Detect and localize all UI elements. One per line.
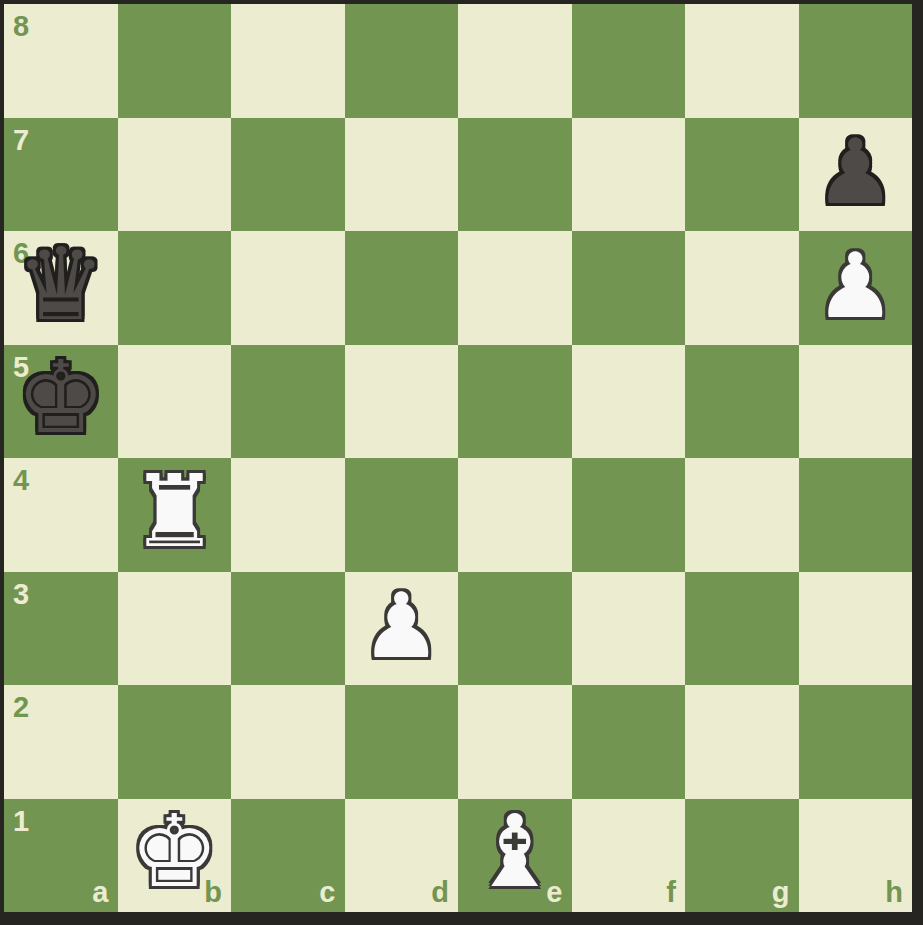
square-a7[interactable]: 7 (4, 118, 118, 232)
square-f5[interactable] (572, 345, 686, 459)
square-g6[interactable] (685, 231, 799, 345)
square-d2[interactable] (345, 685, 459, 799)
square-d3[interactable]: ♟ (345, 572, 459, 686)
white-pawn-d3[interactable]: ♟ (361, 581, 442, 671)
white-rook-b4[interactable]: ♜ (129, 462, 219, 562)
file-label-f: f (666, 878, 676, 907)
square-e8[interactable] (458, 4, 572, 118)
square-h3[interactable] (799, 572, 913, 686)
square-d6[interactable] (345, 231, 459, 345)
square-g5[interactable] (685, 345, 799, 459)
square-h8[interactable] (799, 4, 913, 118)
square-d5[interactable] (345, 345, 459, 459)
square-a3[interactable]: 3 (4, 572, 118, 686)
square-h7[interactable]: ♟ (799, 118, 913, 232)
square-c2[interactable] (231, 685, 345, 799)
file-label-g: g (772, 878, 790, 907)
file-label-h: h (885, 878, 903, 907)
file-label-d: d (431, 878, 449, 907)
square-f4[interactable] (572, 458, 686, 572)
square-g2[interactable] (685, 685, 799, 799)
square-b6[interactable] (118, 231, 232, 345)
square-h5[interactable] (799, 345, 913, 459)
square-e3[interactable] (458, 572, 572, 686)
board-frame: 87♟6♛♟5♚4♜3♟21ab♚cde♝fgh (4, 4, 912, 912)
white-pawn-h6[interactable]: ♟ (815, 241, 896, 331)
rank-label-8: 8 (13, 12, 29, 41)
square-d7[interactable] (345, 118, 459, 232)
file-label-a: a (92, 878, 108, 907)
square-c5[interactable] (231, 345, 345, 459)
square-e6[interactable] (458, 231, 572, 345)
black-king-a5[interactable]: ♚ (16, 348, 106, 448)
square-d1[interactable]: d (345, 799, 459, 913)
square-a8[interactable]: 8 (4, 4, 118, 118)
square-h2[interactable] (799, 685, 913, 799)
rank-label-1: 1 (13, 807, 29, 836)
square-f6[interactable] (572, 231, 686, 345)
square-b1[interactable]: b♚ (118, 799, 232, 913)
square-f7[interactable] (572, 118, 686, 232)
black-queen-a6[interactable]: ♛ (16, 235, 106, 335)
square-h4[interactable] (799, 458, 913, 572)
square-b5[interactable] (118, 345, 232, 459)
square-c6[interactable] (231, 231, 345, 345)
square-f8[interactable] (572, 4, 686, 118)
square-h6[interactable]: ♟ (799, 231, 913, 345)
black-pawn-h7[interactable]: ♟ (815, 127, 896, 217)
square-b7[interactable] (118, 118, 232, 232)
square-e5[interactable] (458, 345, 572, 459)
square-e2[interactable] (458, 685, 572, 799)
square-c7[interactable] (231, 118, 345, 232)
square-f3[interactable] (572, 572, 686, 686)
square-b8[interactable] (118, 4, 232, 118)
square-b2[interactable] (118, 685, 232, 799)
rank-label-4: 4 (13, 466, 29, 495)
rank-label-2: 2 (13, 693, 29, 722)
square-h1[interactable]: h (799, 799, 913, 913)
square-g4[interactable] (685, 458, 799, 572)
square-e7[interactable] (458, 118, 572, 232)
square-a4[interactable]: 4 (4, 458, 118, 572)
square-e4[interactable] (458, 458, 572, 572)
square-g1[interactable]: g (685, 799, 799, 913)
square-f1[interactable]: f (572, 799, 686, 913)
square-g7[interactable] (685, 118, 799, 232)
white-bishop-e1[interactable]: ♝ (470, 802, 560, 902)
square-g3[interactable] (685, 572, 799, 686)
square-g8[interactable] (685, 4, 799, 118)
square-c4[interactable] (231, 458, 345, 572)
square-d4[interactable] (345, 458, 459, 572)
file-label-c: c (319, 878, 335, 907)
square-e1[interactable]: e♝ (458, 799, 572, 913)
square-a2[interactable]: 2 (4, 685, 118, 799)
square-c3[interactable] (231, 572, 345, 686)
square-a6[interactable]: 6♛ (4, 231, 118, 345)
square-b3[interactable] (118, 572, 232, 686)
square-a1[interactable]: 1a (4, 799, 118, 913)
square-c8[interactable] (231, 4, 345, 118)
square-b4[interactable]: ♜ (118, 458, 232, 572)
square-c1[interactable]: c (231, 799, 345, 913)
square-d8[interactable] (345, 4, 459, 118)
square-f2[interactable] (572, 685, 686, 799)
rank-label-7: 7 (13, 126, 29, 155)
white-king-b1[interactable]: ♚ (129, 802, 219, 902)
rank-label-3: 3 (13, 580, 29, 609)
square-a5[interactable]: 5♚ (4, 345, 118, 459)
chess-board: 87♟6♛♟5♚4♜3♟21ab♚cde♝fgh (4, 4, 912, 912)
